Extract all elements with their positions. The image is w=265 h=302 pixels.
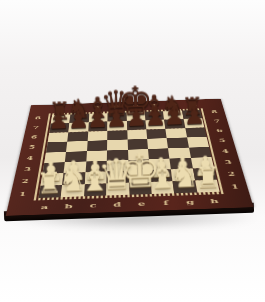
square-a5 [46, 142, 68, 153]
square-b5 [66, 141, 87, 152]
coordinate-label: 1 [19, 192, 27, 198]
black-pawn: ♟ [183, 104, 205, 127]
chess-set-photo: abcdefgh 87654321 87654321 abcdefgh ♜♞♝♛… [0, 0, 265, 302]
coordinate-label: d [113, 201, 121, 208]
coordinate-label: 2 [228, 172, 236, 177]
square-d7: ♟ [107, 121, 126, 131]
coordinate-label: 8 [35, 116, 41, 120]
coordinate-label: 8 [211, 110, 218, 114]
coordinate-label: 1 [231, 184, 239, 190]
coordinate-label: 3 [225, 160, 233, 165]
black-pawn: ♟ [106, 107, 128, 130]
square-f7: ♟ [145, 120, 165, 130]
black-pawn: ♟ [48, 109, 70, 132]
coordinate-label: 6 [31, 135, 38, 139]
decorative-dotted-border: ♜♞♝♛♚♝♞♜♟♟♟♟♟♟♟♟♟♟♟♟♟♟♟♟♜♞♝♛♚♝♞♜ [34, 108, 225, 200]
coordinate-label: 2 [21, 179, 29, 184]
coordinate-label: 5 [29, 145, 36, 150]
coordinate-label: 6 [216, 129, 223, 133]
square-h7: ♟ [183, 118, 204, 128]
square-c5 [87, 140, 108, 151]
white-rook: ♜ [36, 169, 63, 197]
coordinate-label: 4 [26, 156, 33, 161]
square-b7: ♟ [69, 122, 89, 132]
square-c1: ♝ [84, 183, 107, 196]
white-rook: ♜ [194, 164, 221, 192]
coordinate-label: 7 [33, 126, 40, 130]
square-g7: ♟ [164, 119, 185, 129]
square-a1: ♜ [38, 185, 62, 198]
white-bishop: ♝ [146, 160, 178, 194]
board-border-frame: abcdefgh 87654321 87654321 abcdefgh ♜♞♝♛… [6, 99, 254, 216]
coordinate-label: b [64, 203, 73, 210]
white-bishop: ♝ [79, 162, 111, 196]
playing-area: ♜♞♝♛♚♝♞♜♟♟♟♟♟♟♟♟♟♟♟♟♟♟♟♟♜♞♝♛♚♝♞♜ [38, 110, 219, 198]
square-f1: ♝ [151, 181, 175, 194]
chess-board: abcdefgh 87654321 87654321 abcdefgh ♜♞♝♛… [16, 38, 238, 260]
square-e7: ♟ [127, 120, 147, 130]
coordinate-label: e [138, 201, 146, 208]
coordinate-label: 5 [219, 139, 226, 144]
square-e6 [127, 129, 147, 139]
square-c7: ♟ [88, 122, 108, 132]
coordinate-label: 4 [222, 149, 230, 154]
coordinate-label: a [40, 204, 48, 211]
square-h1: ♜ [195, 179, 220, 192]
coordinate-label: g [186, 199, 195, 206]
square-a7: ♟ [49, 123, 69, 133]
square-a6 [48, 132, 69, 142]
coordinate-label: f [163, 200, 169, 207]
coordinate-label: 7 [214, 119, 221, 123]
coordinate-label: 3 [24, 167, 32, 172]
coordinate-label: h [210, 198, 220, 205]
coordinate-label: c [89, 202, 96, 209]
